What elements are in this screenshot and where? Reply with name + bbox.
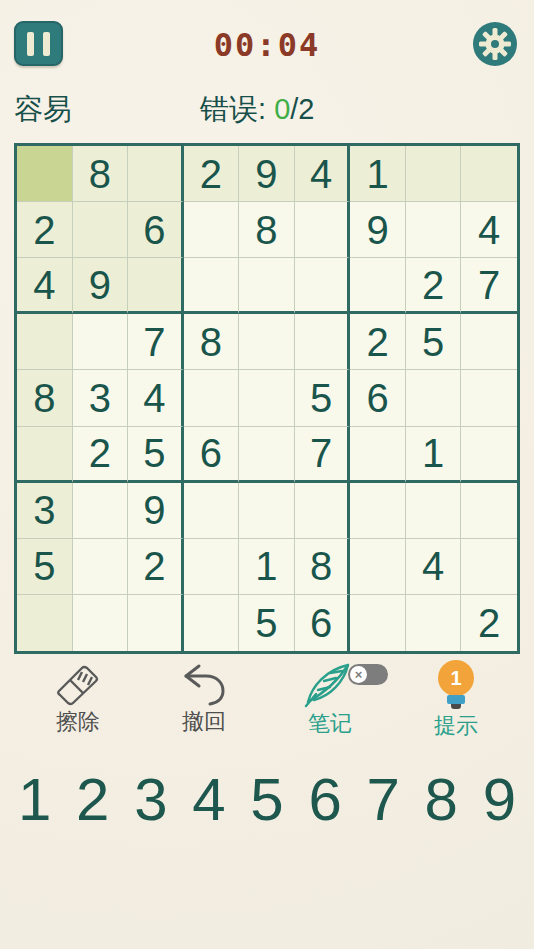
hint-badge: 1 xyxy=(438,660,474,696)
sudoku-cell-r1c4[interactable]: 8 xyxy=(239,202,295,258)
sudoku-cell-r0c7[interactable] xyxy=(406,146,462,202)
erase-label: 擦除 xyxy=(56,707,100,737)
toggle-off-icon: × xyxy=(350,666,367,683)
sudoku-cell-r4c0[interactable]: 8 xyxy=(17,370,73,426)
gear-icon xyxy=(472,21,518,67)
erase-button[interactable]: 擦除 xyxy=(40,660,116,736)
sudoku-cell-r1c1[interactable] xyxy=(73,202,129,258)
sudoku-cell-r2c6[interactable] xyxy=(350,258,406,314)
sudoku-cell-r5c3[interactable]: 6 xyxy=(184,427,240,483)
sudoku-cell-r4c6[interactable]: 6 xyxy=(350,370,406,426)
undo-button[interactable]: 撤回 xyxy=(166,660,242,736)
notes-label: 笔记 xyxy=(308,709,352,739)
sudoku-cell-r7c1[interactable] xyxy=(73,539,129,595)
sudoku-cell-r6c0[interactable]: 3 xyxy=(17,483,73,539)
difficulty-label: 容易 xyxy=(14,90,72,130)
sudoku-cell-r0c5[interactable]: 4 xyxy=(295,146,351,202)
sudoku-cell-r4c3[interactable] xyxy=(184,370,240,426)
sudoku-cell-r2c1[interactable]: 9 xyxy=(73,258,129,314)
sudoku-cell-r5c2[interactable]: 5 xyxy=(128,427,184,483)
sudoku-cell-r3c0[interactable] xyxy=(17,314,73,370)
sudoku-cell-r8c6[interactable] xyxy=(350,595,406,651)
sudoku-cell-r4c2[interactable]: 4 xyxy=(128,370,184,426)
sudoku-cell-r3c1[interactable] xyxy=(73,314,129,370)
sudoku-cell-r7c2[interactable]: 2 xyxy=(128,539,184,595)
numpad-5[interactable]: 5 xyxy=(250,770,283,830)
sudoku-app: { "game": "sudoku", "position": ".8.2941… xyxy=(0,0,534,949)
sudoku-cell-r2c2[interactable] xyxy=(128,258,184,314)
undo-icon xyxy=(179,660,229,706)
sudoku-cell-r7c8[interactable] xyxy=(461,539,517,595)
sudoku-cell-r1c6[interactable]: 9 xyxy=(350,202,406,258)
mistakes-counter: 错误: 0/2 xyxy=(200,90,314,130)
sudoku-cell-r1c7[interactable] xyxy=(406,202,462,258)
toolbar: 擦除 撤回 × 笔记 1 xyxy=(0,660,534,736)
sudoku-cell-r1c3[interactable] xyxy=(184,202,240,258)
sudoku-cell-r2c7[interactable]: 2 xyxy=(406,258,462,314)
sudoku-cell-r1c0[interactable]: 2 xyxy=(17,202,73,258)
sudoku-cell-r7c4[interactable]: 1 xyxy=(239,539,295,595)
sudoku-cell-r8c4[interactable]: 5 xyxy=(239,595,295,651)
sudoku-cell-r4c1[interactable]: 3 xyxy=(73,370,129,426)
numpad-1[interactable]: 1 xyxy=(18,770,51,830)
sudoku-cell-r2c3[interactable] xyxy=(184,258,240,314)
numpad-7[interactable]: 7 xyxy=(366,770,399,830)
sudoku-cell-r4c8[interactable] xyxy=(461,370,517,426)
sudoku-cell-r8c7[interactable] xyxy=(406,595,462,651)
sudoku-cell-r2c8[interactable]: 7 xyxy=(461,258,517,314)
sudoku-cell-r0c1[interactable]: 8 xyxy=(73,146,129,202)
mistakes-made: 0 xyxy=(274,93,290,125)
sudoku-cell-r8c5[interactable]: 6 xyxy=(295,595,351,651)
mistakes-max: /2 xyxy=(290,93,314,125)
bulb-tip xyxy=(451,704,461,709)
sudoku-cell-r5c0[interactable] xyxy=(17,427,73,483)
sudoku-cell-r6c8[interactable] xyxy=(461,483,517,539)
notes-button[interactable]: × 笔记 xyxy=(292,660,368,736)
numpad-6[interactable]: 6 xyxy=(308,770,341,830)
sudoku-cell-r5c7[interactable]: 1 xyxy=(406,427,462,483)
undo-label: 撤回 xyxy=(182,707,226,737)
top-bar: 00:04 xyxy=(0,0,534,86)
sudoku-cell-r6c2[interactable]: 9 xyxy=(128,483,184,539)
sudoku-cell-r7c7[interactable]: 4 xyxy=(406,539,462,595)
sudoku-cell-r8c2[interactable] xyxy=(128,595,184,651)
sudoku-cell-r7c5[interactable]: 8 xyxy=(295,539,351,595)
sudoku-cell-r8c0[interactable] xyxy=(17,595,73,651)
sudoku-cell-r2c5[interactable] xyxy=(295,258,351,314)
numpad-4[interactable]: 4 xyxy=(192,770,225,830)
sudoku-cell-r4c4[interactable] xyxy=(239,370,295,426)
sudoku-cell-r8c3[interactable] xyxy=(184,595,240,651)
sudoku-cell-r0c3[interactable]: 2 xyxy=(184,146,240,202)
sudoku-cell-r2c4[interactable] xyxy=(239,258,295,314)
sudoku-cell-r0c0[interactable] xyxy=(17,146,73,202)
hint-label: 提示 xyxy=(434,711,478,741)
sudoku-cell-r6c4[interactable] xyxy=(239,483,295,539)
sudoku-grid: 82941268944927782583456256713952184562 xyxy=(14,143,520,654)
sudoku-cell-r2c0[interactable]: 4 xyxy=(17,258,73,314)
sudoku-cell-r4c5[interactable]: 5 xyxy=(295,370,351,426)
sudoku-cell-r5c4[interactable] xyxy=(239,427,295,483)
numpad-3[interactable]: 3 xyxy=(134,770,167,830)
sudoku-cell-r3c2[interactable]: 7 xyxy=(128,314,184,370)
timer: 00:04 xyxy=(0,26,534,64)
sudoku-cell-r6c3[interactable] xyxy=(184,483,240,539)
sudoku-cell-r0c2[interactable] xyxy=(128,146,184,202)
sudoku-cell-r7c0[interactable]: 5 xyxy=(17,539,73,595)
sudoku-cell-r1c2[interactable]: 6 xyxy=(128,202,184,258)
sudoku-cell-r0c6[interactable]: 1 xyxy=(350,146,406,202)
sudoku-cell-r3c3[interactable]: 8 xyxy=(184,314,240,370)
bulb-icon: 1 xyxy=(436,660,476,710)
sudoku-cell-r8c1[interactable] xyxy=(73,595,129,651)
sudoku-cell-r7c3[interactable] xyxy=(184,539,240,595)
sudoku-cell-r6c5[interactable] xyxy=(295,483,351,539)
bulb-base xyxy=(447,695,465,704)
eraser-icon xyxy=(52,660,104,706)
hint-button[interactable]: 1 提示 xyxy=(418,660,494,736)
numpad-2[interactable]: 2 xyxy=(76,770,109,830)
settings-button[interactable] xyxy=(472,21,518,67)
sudoku-cell-r3c8[interactable] xyxy=(461,314,517,370)
sudoku-cell-r1c8[interactable]: 4 xyxy=(461,202,517,258)
sudoku-cell-r1c5[interactable] xyxy=(295,202,351,258)
notes-toggle[interactable]: × xyxy=(348,664,388,685)
numpad-9[interactable]: 9 xyxy=(483,770,516,830)
sudoku-cell-r4c7[interactable] xyxy=(406,370,462,426)
sudoku-cell-r3c7[interactable]: 5 xyxy=(406,314,462,370)
number-pad: 123456789 xyxy=(0,758,534,842)
sudoku-cell-r6c6[interactable] xyxy=(350,483,406,539)
sudoku-cell-r3c6[interactable]: 2 xyxy=(350,314,406,370)
sudoku-cell-r7c6[interactable] xyxy=(350,539,406,595)
sudoku-cell-r8c8[interactable]: 2 xyxy=(461,595,517,651)
sudoku-cell-r0c4[interactable]: 9 xyxy=(239,146,295,202)
sudoku-cell-r5c5[interactable]: 7 xyxy=(295,427,351,483)
sudoku-cell-r0c8[interactable] xyxy=(461,146,517,202)
info-row: 容易 错误: 0/2 xyxy=(0,90,534,126)
sudoku-cell-r5c8[interactable] xyxy=(461,427,517,483)
mistakes-label: 错误: xyxy=(200,93,266,125)
numpad-8[interactable]: 8 xyxy=(425,770,458,830)
sudoku-cell-r6c7[interactable] xyxy=(406,483,462,539)
sudoku-cell-r3c4[interactable] xyxy=(239,314,295,370)
sudoku-cell-r3c5[interactable] xyxy=(295,314,351,370)
sudoku-cell-r5c6[interactable] xyxy=(350,427,406,483)
sudoku-cell-r6c1[interactable] xyxy=(73,483,129,539)
sudoku-cell-r5c1[interactable]: 2 xyxy=(73,427,129,483)
